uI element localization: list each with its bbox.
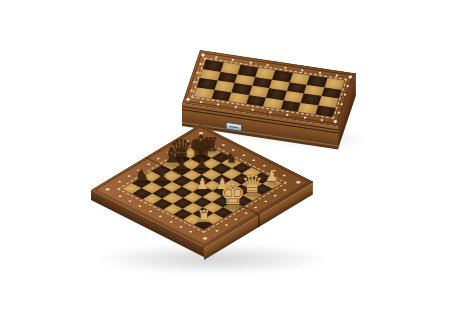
inlay-motif — [177, 146, 180, 147]
product-photo-chess-box-set: ♜♚♛♞♝♟♟♟♞♟♟♟♛♚♜ — [0, 0, 450, 325]
inlay-motif — [253, 160, 256, 161]
inlay-motif — [199, 62, 202, 65]
inlay-motif — [215, 56, 218, 59]
inlay-motif — [234, 105, 237, 108]
piece-shadow — [227, 162, 236, 164]
inlay-motif — [304, 116, 307, 119]
inlay-motif — [147, 164, 150, 165]
inlay-motif — [273, 170, 276, 171]
inlay-motif — [242, 155, 245, 156]
apron-fold-seam — [258, 214, 260, 228]
inlay-motif — [346, 84, 349, 87]
inlay-motif — [284, 189, 287, 190]
inlay-motif — [159, 216, 162, 217]
inlay-motif — [169, 221, 172, 222]
inlay-motif — [198, 132, 202, 134]
inlay-motif — [129, 200, 132, 201]
inlay-motif — [296, 181, 300, 183]
inlay-motif — [157, 158, 160, 159]
inlay-motif — [202, 237, 206, 239]
inlay-motif — [254, 207, 257, 208]
inlay-motif — [138, 169, 141, 170]
piece-shadow — [197, 168, 206, 170]
piece-shadow — [198, 223, 210, 226]
inlay-motif — [128, 175, 131, 176]
inlay-motif — [105, 188, 109, 190]
piece-shadow — [267, 182, 278, 185]
inlay-motif — [283, 175, 286, 176]
inlay-motif — [149, 211, 152, 212]
inlay-motif — [269, 111, 272, 114]
inlay-motif — [225, 224, 228, 225]
inlay-motif — [245, 213, 248, 214]
inlay-motif — [222, 144, 225, 145]
piece-shadow — [223, 204, 243, 209]
piece-shadow — [172, 157, 190, 162]
inlay-motif — [180, 226, 183, 227]
inlay-motif — [200, 100, 203, 103]
piece-shadow — [197, 190, 208, 193]
inlay-motif — [119, 195, 122, 196]
inlay-motif — [274, 195, 277, 196]
inlay-motif — [263, 165, 266, 166]
inlay-motif — [284, 66, 287, 69]
box-clasp — [226, 122, 243, 133]
inlay-motif — [249, 61, 252, 64]
inlay-motif — [319, 71, 322, 74]
inlay-motif — [212, 139, 215, 140]
inlay-motif — [193, 80, 196, 83]
piece-shadow — [158, 181, 167, 183]
inlay-motif — [340, 102, 343, 105]
inlay-motif — [186, 140, 189, 141]
